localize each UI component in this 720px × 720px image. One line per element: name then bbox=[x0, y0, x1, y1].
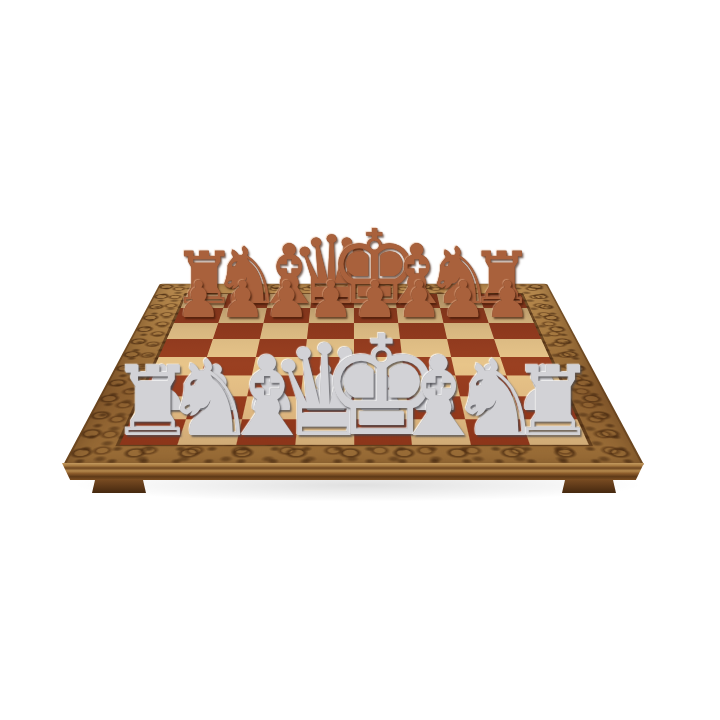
pieces-layer: ♜♞♝♛♚♝♞♜♟♟♟♟♟♟♟♟♟♟♟♟♟♟♟♟♜♞♝♛♚♝♞♜ bbox=[0, 0, 720, 720]
black-pawn[interactable]: ♟ bbox=[220, 275, 265, 326]
chess-set-photo: ♜♞♝♛♚♝♞♜♟♟♟♟♟♟♟♟♟♟♟♟♟♟♟♟♜♞♝♛♚♝♞♜ bbox=[0, 0, 720, 720]
black-pawn[interactable]: ♟ bbox=[176, 275, 221, 326]
black-pawn[interactable]: ♟ bbox=[441, 275, 486, 326]
black-pawn[interactable]: ♟ bbox=[485, 275, 530, 326]
white-rook[interactable]: ♜ bbox=[510, 354, 596, 450]
